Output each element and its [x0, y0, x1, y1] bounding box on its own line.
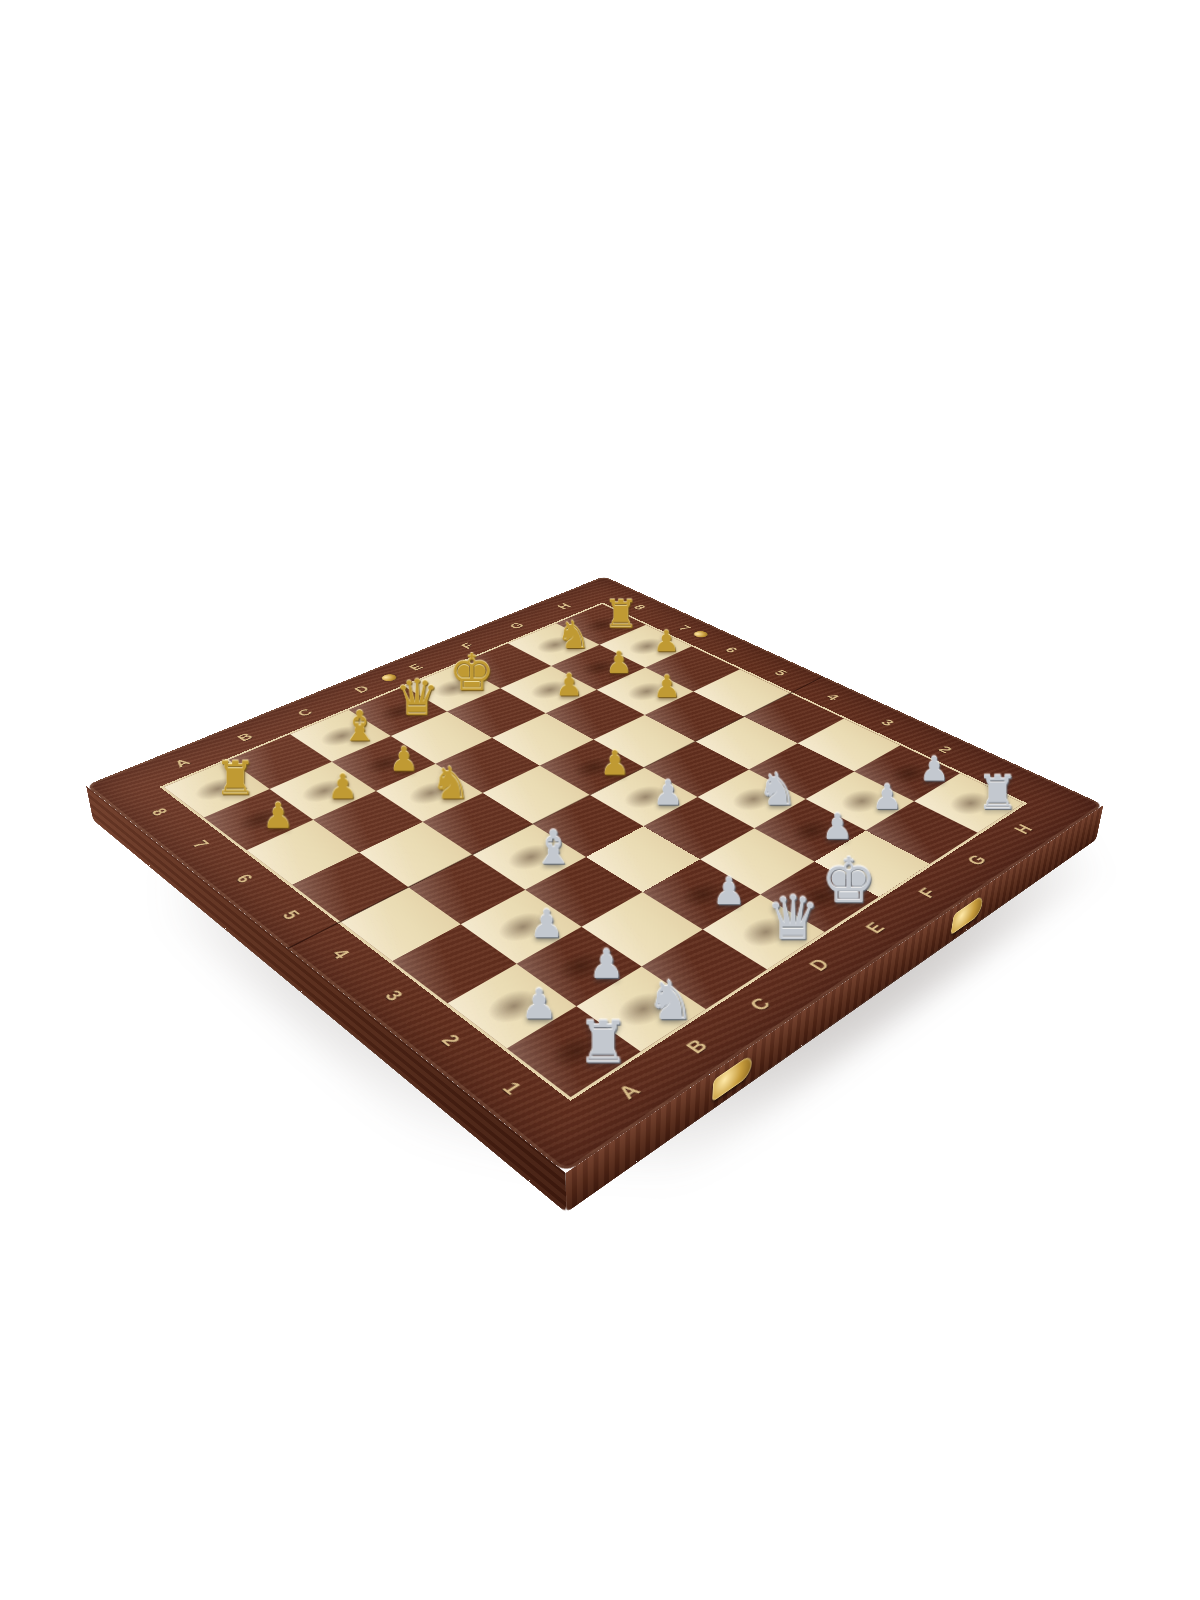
piece-shadow [724, 783, 783, 815]
piece-shadow [607, 986, 678, 1033]
piece-shadow [941, 787, 999, 819]
piece-shadow [789, 878, 853, 917]
piece-shadow [294, 775, 354, 807]
square-f4 [644, 741, 749, 797]
square-glare [483, 766, 590, 824]
piece-shadow [499, 839, 562, 875]
square-glare [447, 688, 546, 738]
piece-shadow [538, 1027, 612, 1077]
piece-shadow [229, 803, 291, 837]
piece-shadow [529, 633, 580, 656]
piece-shadow [832, 785, 891, 817]
square-d5 [483, 766, 590, 824]
chess-board-3d-anchor: ABCDEFGH ABCDEFGH 87654321 87654321 ♜♝♛♚… [86, 576, 1104, 1173]
piece-shadow [489, 907, 556, 948]
piece-shadow [478, 983, 550, 1029]
square-glare [644, 741, 749, 797]
piece-shadow [577, 614, 627, 636]
square-e7 [447, 688, 546, 738]
piece-shadow [573, 655, 625, 680]
piece-shadow [356, 749, 414, 779]
piece-shadow [313, 722, 370, 750]
piece-shadow [427, 675, 481, 701]
piece-shadow [781, 814, 842, 848]
product-photo-canvas: ABCDEFGH ABCDEFGH 87654321 87654321 ♜♝♛♚… [0, 0, 1200, 1600]
piece-shadow [880, 758, 937, 789]
piece-shadow [622, 635, 673, 658]
piece-shadow [620, 679, 673, 705]
piece-shadow [564, 752, 622, 782]
piece-shadow [671, 876, 736, 914]
piece-shadow [523, 677, 577, 703]
piece-shadow [188, 773, 249, 805]
piece-shadow [371, 698, 426, 725]
piece-shadow [546, 945, 615, 988]
square-glare [436, 738, 540, 793]
piece-shadow [401, 777, 461, 809]
square-d6 [436, 738, 540, 793]
piece-shadow [616, 781, 675, 813]
piece-shadow [732, 912, 798, 953]
chess-board: ABCDEFGH ABCDEFGH 87654321 87654321 ♜♝♛♚… [86, 576, 1104, 1173]
